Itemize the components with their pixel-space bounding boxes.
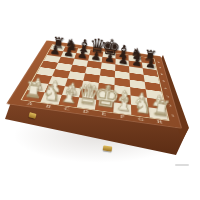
watermark	[175, 164, 189, 166]
black-pawn[interactable]: ♟	[49, 43, 61, 56]
chess-set-photo: ♜♞♝♛♚♝♞♜♟♟♟♟♟♟♟♟♟♟♟♟♟♟♟♟♜♞♝♛♚♝♞♜ ABCDEFG…	[0, 0, 200, 200]
square-f5[interactable]	[115, 71, 130, 80]
black-pawn[interactable]: ♟	[131, 55, 143, 68]
square-e5[interactable]	[100, 69, 115, 78]
brass-latch-front	[103, 145, 113, 151]
black-pawn[interactable]: ♟	[76, 47, 88, 60]
black-pawn[interactable]: ♟	[103, 51, 115, 64]
square-d5[interactable]	[85, 67, 101, 76]
board-tilt-wrapper: ♜♞♝♛♚♝♞♜♟♟♟♟♟♟♟♟♟♟♟♟♟♟♟♟♜♞♝♛♚♝♞♜ ABCDEFG…	[21, 0, 179, 154]
square-b5[interactable]	[55, 63, 72, 72]
square-e1[interactable]: ♚	[95, 100, 114, 113]
black-pawn[interactable]: ♟	[144, 57, 156, 70]
black-pawn[interactable]: ♟	[62, 45, 74, 58]
white-rook[interactable]: ♜	[22, 79, 43, 102]
chess-board: ♜♞♝♛♚♝♞♜♟♟♟♟♟♟♟♟♟♟♟♟♟♟♟♟♜♞♝♛♚♝♞♜	[22, 45, 168, 120]
white-rook[interactable]: ♜	[150, 97, 172, 120]
black-pawn[interactable]: ♟	[90, 49, 102, 62]
black-pawn[interactable]: ♟	[117, 53, 129, 66]
